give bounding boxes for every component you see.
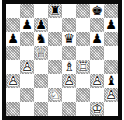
- square-e8[interactable]: [62, 4, 76, 18]
- square-f7[interactable]: [76, 18, 90, 32]
- square-b7[interactable]: ♟: [20, 18, 34, 32]
- square-a8[interactable]: [6, 4, 20, 18]
- square-f4[interactable]: ♜♖: [76, 60, 90, 74]
- square-c3[interactable]: [34, 74, 48, 88]
- piece-glyph-outline: ♗: [62, 60, 76, 74]
- piece-white-pawn[interactable]: ♟♙: [20, 60, 34, 74]
- piece-black-pawn[interactable]: ♟: [20, 18, 34, 32]
- square-e7[interactable]: [62, 18, 76, 32]
- board-frame: ♜♚♟♟♟♟♞♛♟♛♕♟♙♝♗♜♖♟♙♟♙♟♙♝♞♘♟♙♚♔: [2, 0, 122, 120]
- piece-glyph-outline: ♔: [90, 102, 104, 116]
- square-g4[interactable]: [90, 60, 104, 74]
- square-e3[interactable]: ♟♙: [62, 74, 76, 88]
- square-h6[interactable]: [104, 32, 118, 46]
- square-h7[interactable]: ♟: [104, 18, 118, 32]
- square-a1[interactable]: [6, 102, 20, 116]
- piece-black-queen[interactable]: ♛: [62, 32, 76, 46]
- square-g3[interactable]: ♟♙: [90, 74, 104, 88]
- piece-white-pawn[interactable]: ♟♙: [62, 74, 76, 88]
- square-h8[interactable]: [104, 4, 118, 18]
- square-e4[interactable]: ♝♗: [62, 60, 76, 74]
- piece-black-pawn[interactable]: ♟: [104, 18, 118, 32]
- square-f1[interactable]: [76, 102, 90, 116]
- piece-white-knight[interactable]: ♞♘: [48, 88, 62, 102]
- piece-black-king[interactable]: ♚: [90, 4, 104, 18]
- piece-white-rook[interactable]: ♜♖: [76, 60, 90, 74]
- square-h4[interactable]: [104, 60, 118, 74]
- square-g5[interactable]: [90, 46, 104, 60]
- square-c4[interactable]: [34, 60, 48, 74]
- square-h3[interactable]: ♝: [104, 74, 118, 88]
- piece-white-king[interactable]: ♚♔: [90, 102, 104, 116]
- square-f2[interactable]: [76, 88, 90, 102]
- piece-black-knight[interactable]: ♞: [34, 32, 48, 46]
- square-c7[interactable]: ♟: [34, 18, 48, 32]
- piece-glyph-outline: ♖: [76, 60, 90, 74]
- square-g7[interactable]: [90, 18, 104, 32]
- square-g1[interactable]: ♚♔: [90, 102, 104, 116]
- square-a7[interactable]: [6, 18, 20, 32]
- piece-white-queen[interactable]: ♛♕: [34, 46, 48, 60]
- piece-white-pawn[interactable]: ♟♙: [6, 74, 20, 88]
- square-b2[interactable]: [20, 88, 34, 102]
- square-f6[interactable]: [76, 32, 90, 46]
- piece-glyph-outline: ♙: [20, 60, 34, 74]
- square-f3[interactable]: [76, 74, 90, 88]
- square-h1[interactable]: [104, 102, 118, 116]
- square-b5[interactable]: [20, 46, 34, 60]
- square-h5[interactable]: [104, 46, 118, 60]
- square-d3[interactable]: [48, 74, 62, 88]
- square-d4[interactable]: [48, 60, 62, 74]
- piece-white-bishop[interactable]: ♝♗: [62, 60, 76, 74]
- square-c5[interactable]: ♛♕: [34, 46, 48, 60]
- square-d2[interactable]: ♞♘: [48, 88, 62, 102]
- square-e5[interactable]: [62, 46, 76, 60]
- piece-glyph-outline: ♙: [6, 74, 20, 88]
- piece-black-pawn[interactable]: ♟: [90, 32, 104, 46]
- square-a6[interactable]: ♟: [6, 32, 20, 46]
- square-c8[interactable]: [34, 4, 48, 18]
- piece-white-pawn[interactable]: ♟♙: [90, 74, 104, 88]
- square-b1[interactable]: [20, 102, 34, 116]
- piece-black-bishop[interactable]: ♝: [104, 74, 118, 88]
- piece-glyph-outline: ♕: [34, 46, 48, 60]
- square-a3[interactable]: ♟♙: [6, 74, 20, 88]
- square-d8[interactable]: ♜: [48, 4, 62, 18]
- piece-black-pawn[interactable]: ♟: [34, 18, 48, 32]
- piece-black-rook[interactable]: ♜: [48, 4, 62, 18]
- piece-glyph-outline: ♙: [90, 74, 104, 88]
- square-e2[interactable]: [62, 88, 76, 102]
- square-b3[interactable]: [20, 74, 34, 88]
- piece-glyph-outline: ♙: [62, 74, 76, 88]
- square-a4[interactable]: [6, 60, 20, 74]
- square-e6[interactable]: ♛: [62, 32, 76, 46]
- square-c2[interactable]: [34, 88, 48, 102]
- square-a2[interactable]: [6, 88, 20, 102]
- square-c6[interactable]: ♞: [34, 32, 48, 46]
- square-b6[interactable]: [20, 32, 34, 46]
- square-g8[interactable]: ♚: [90, 4, 104, 18]
- square-g2[interactable]: [90, 88, 104, 102]
- chessboard: ♜♚♟♟♟♟♞♛♟♛♕♟♙♝♗♜♖♟♙♟♙♟♙♝♞♘♟♙♚♔: [6, 4, 118, 116]
- square-c1[interactable]: [34, 102, 48, 116]
- square-b8[interactable]: [20, 4, 34, 18]
- square-f8[interactable]: [76, 4, 90, 18]
- piece-glyph-outline: ♙: [104, 88, 118, 102]
- square-d6[interactable]: [48, 32, 62, 46]
- square-a5[interactable]: [6, 46, 20, 60]
- square-g6[interactable]: ♟: [90, 32, 104, 46]
- square-e1[interactable]: [62, 102, 76, 116]
- square-d7[interactable]: [48, 18, 62, 32]
- square-f5[interactable]: [76, 46, 90, 60]
- square-d1[interactable]: [48, 102, 62, 116]
- piece-glyph-outline: ♘: [48, 88, 62, 102]
- piece-white-pawn[interactable]: ♟♙: [104, 88, 118, 102]
- piece-black-pawn[interactable]: ♟: [6, 32, 20, 46]
- square-b4[interactable]: ♟♙: [20, 60, 34, 74]
- square-h2[interactable]: ♟♙: [104, 88, 118, 102]
- square-d5[interactable]: [48, 46, 62, 60]
